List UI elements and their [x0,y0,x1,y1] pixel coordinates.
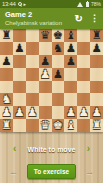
notification-play-icon: ▸ [24,0,27,8]
black-pawn: ♟ [91,42,101,55]
black-pawn: ♟ [66,55,76,68]
square-a3[interactable]: ♞ [0,93,13,106]
black-bishop: ♝ [66,29,76,42]
square-f5[interactable] [64,68,77,81]
square-g4[interactable] [77,81,90,94]
square-h6[interactable] [90,55,103,68]
battery-icon [86,2,89,7]
black-pawn: ♟ [1,55,11,68]
overflow-menu-icon[interactable]: ⋮ [90,14,99,23]
square-a6[interactable]: ♟ [0,55,13,68]
white-knight: ♞ [1,93,11,106]
square-h2[interactable]: ♟ [90,106,103,119]
square-h8[interactable]: ♜ [90,29,103,42]
wifi-icon [77,2,83,7]
black-pawn: ♟ [66,42,76,55]
square-g2[interactable]: ♟ [77,106,90,119]
page-subtitle: Chelyabinsk variation [5,20,62,26]
black-king: ♚ [53,29,63,42]
to-exercise-button[interactable]: To exercise [27,164,76,179]
black-rook: ♜ [91,29,101,42]
white-rook: ♜ [91,119,101,132]
black-rook: ♜ [1,29,11,42]
square-b6[interactable] [13,55,26,68]
chess-board[interactable]: ♜♛♚♝♜♟♞♟♟♟♟♟♟♟♞♟♟♟♟♟♟♜♛♚♝♜ [0,29,103,132]
black-pawn: ♟ [14,42,24,55]
square-g6[interactable] [77,55,90,68]
square-c7[interactable] [26,42,39,55]
square-c5[interactable] [26,68,39,81]
square-d3[interactable] [39,93,52,106]
square-e3[interactable] [52,93,65,106]
square-g7[interactable] [77,42,90,55]
square-b3[interactable] [13,93,26,106]
battery-percent: 78% [91,0,101,8]
square-h3[interactable] [90,93,103,106]
square-d2[interactable] [39,106,52,119]
square-b7[interactable]: ♟ [13,42,26,55]
bottom-panel: ‹ White to move › ← To exercise → [0,132,103,183]
prev-exercise-arrow[interactable]: ← [9,167,18,177]
square-f6[interactable]: ♟ [64,55,77,68]
square-h1[interactable]: ♜ [90,119,103,132]
white-king: ♚ [53,119,63,132]
square-b4[interactable] [13,81,26,94]
square-g3[interactable] [77,93,90,106]
page-title: Game 2 [5,11,62,19]
square-f8[interactable]: ♝ [64,29,77,42]
white-pawn: ♟ [14,106,24,119]
square-f4[interactable] [64,81,77,94]
exercise-navigation: ← To exercise → [0,164,103,179]
square-c4[interactable] [26,81,39,94]
next-exercise-arrow[interactable]: → [85,167,94,177]
square-h4[interactable] [90,81,103,94]
square-c6[interactable] [26,55,39,68]
square-e2[interactable] [52,106,65,119]
square-c2[interactable]: ♟ [26,106,39,119]
app-bar: Game 2 Chelyabinsk variation ↻ ⋮ [0,8,103,29]
square-c3[interactable] [26,93,39,106]
square-d4[interactable] [39,81,52,94]
square-d5[interactable]: ♟ [39,68,52,81]
square-d7[interactable] [39,42,52,55]
square-g1[interactable] [77,119,90,132]
black-pawn: ♟ [53,68,63,81]
square-e5[interactable]: ♟ [52,68,65,81]
square-f2[interactable]: ♟ [64,106,77,119]
square-b5[interactable] [13,68,26,81]
white-pawn: ♟ [79,106,89,119]
flip-board-icon[interactable]: ↻ [75,14,83,24]
white-pawn: ♟ [91,106,101,119]
white-rook: ♜ [1,119,11,132]
square-a8[interactable]: ♜ [0,29,13,42]
square-d6[interactable]: ♟ [39,55,52,68]
clock: 13:44 [2,0,16,8]
black-queen: ♛ [40,29,50,42]
white-pawn: ♟ [27,106,37,119]
square-a5[interactable] [0,68,13,81]
square-e8[interactable]: ♚ [52,29,65,42]
status-bar: 13:44 ▸ 78% [0,0,103,8]
square-c1[interactable] [26,119,39,132]
square-d8[interactable]: ♛ [39,29,52,42]
square-f1[interactable]: ♝ [64,119,77,132]
square-h5[interactable] [90,68,103,81]
square-c8[interactable] [26,29,39,42]
square-b2[interactable]: ♟ [13,106,26,119]
black-knight: ♞ [53,42,63,55]
square-a2[interactable]: ♟ [0,106,13,119]
square-b8[interactable] [13,29,26,42]
prev-move-button[interactable]: ‹ [13,144,16,154]
square-e1[interactable]: ♚ [52,119,65,132]
square-e4[interactable] [52,81,65,94]
square-h7[interactable]: ♟ [90,42,103,55]
black-pawn: ♟ [40,55,50,68]
square-f7[interactable]: ♟ [64,42,77,55]
white-bishop: ♝ [66,119,76,132]
square-e6[interactable] [52,55,65,68]
white-pawn: ♟ [66,106,76,119]
app-screen: 13:44 ▸ 78% Game 2 Chelyabinsk variation… [0,0,103,183]
square-a7[interactable] [0,42,13,55]
white-queen: ♛ [40,119,50,132]
search-icon [18,2,22,7]
square-e7[interactable]: ♞ [52,42,65,55]
move-navigation: ‹ White to move › [0,144,103,154]
square-a4[interactable] [0,81,13,94]
white-pawn: ♟ [1,106,11,119]
square-b1[interactable] [13,119,26,132]
turn-indicator: White to move [28,146,76,153]
square-g8[interactable] [77,29,90,42]
square-g5[interactable] [77,68,90,81]
square-f3[interactable] [64,93,77,106]
white-pawn: ♟ [40,68,50,81]
square-d1[interactable]: ♛ [39,119,52,132]
square-a1[interactable]: ♜ [0,119,13,132]
next-move-button[interactable]: › [87,144,90,154]
